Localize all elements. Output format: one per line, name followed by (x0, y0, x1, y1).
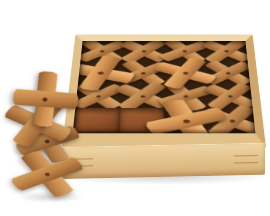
peg-hole-icon (140, 72, 145, 75)
block-grid (73, 41, 256, 133)
block-arm (11, 98, 64, 149)
empty-slot (73, 108, 120, 133)
peg-hole-icon (228, 119, 234, 122)
x-block-cell (164, 108, 210, 133)
finger-joint (234, 162, 258, 164)
product-photo (0, 0, 270, 216)
x-block-cell (205, 41, 248, 62)
peg-hole-icon (44, 139, 50, 143)
peg-hole-icon (139, 95, 145, 98)
x-block-cell (78, 62, 122, 84)
block-arm (33, 71, 58, 127)
finger-joint (69, 158, 93, 160)
box-front-panel (62, 143, 265, 179)
peg-hole-icon (225, 72, 230, 74)
peg-hole-icon (227, 95, 232, 98)
peg-hole-icon (44, 172, 50, 176)
peg-hole-icon (41, 96, 48, 102)
peg-hole-icon (35, 121, 41, 125)
finger-joint (69, 165, 93, 167)
finger-joint (234, 155, 258, 157)
single-piece-shadow (17, 191, 85, 203)
box-opening (62, 35, 266, 148)
x-block-cell (164, 62, 207, 84)
peg-hole-icon (96, 95, 101, 98)
